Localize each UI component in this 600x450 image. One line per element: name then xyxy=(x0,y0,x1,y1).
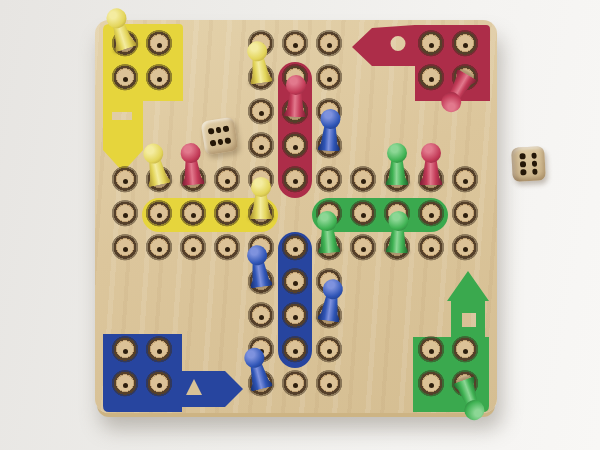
hole-blue-home xyxy=(110,370,140,400)
die-pip xyxy=(531,161,537,167)
die-pip xyxy=(210,140,216,146)
peg-head xyxy=(421,143,441,163)
wooden-die-on-board[interactable] xyxy=(201,117,239,156)
hole-blue-path xyxy=(280,234,310,264)
peg-head xyxy=(246,244,269,267)
hole-yellow-home xyxy=(144,64,174,94)
die-pip xyxy=(217,139,223,145)
peg-head xyxy=(388,211,409,232)
hole-track xyxy=(450,200,480,230)
hole-blue-home xyxy=(144,336,174,366)
hole-track xyxy=(280,370,310,400)
die-pip xyxy=(520,161,526,167)
hole-yellow-home xyxy=(110,64,140,94)
die-pip xyxy=(520,169,526,175)
hole-green-path xyxy=(416,200,446,230)
die-pip xyxy=(208,128,214,134)
green-peg[interactable] xyxy=(312,210,343,256)
peg-head xyxy=(320,109,341,130)
hole-green-home xyxy=(416,336,446,366)
red-peg[interactable] xyxy=(281,75,311,120)
hole-red-home xyxy=(450,30,480,60)
hole-track xyxy=(246,98,276,128)
peg-head xyxy=(316,210,337,231)
peg-head xyxy=(286,75,307,96)
hole-blue-home xyxy=(144,370,174,400)
hole-red-path xyxy=(280,166,310,196)
hole-blue-path xyxy=(280,336,310,366)
red-peg[interactable] xyxy=(176,142,208,188)
hole-yellow-path xyxy=(144,200,174,230)
hole-track xyxy=(144,234,174,264)
hole-track xyxy=(314,166,344,196)
yellow-peg[interactable] xyxy=(242,39,276,86)
hole-blue-path xyxy=(280,268,310,298)
die-pip xyxy=(215,127,221,133)
die-pip xyxy=(531,153,537,159)
peg-head xyxy=(141,142,165,166)
hole-track xyxy=(110,166,140,196)
hole-green-home xyxy=(450,336,480,366)
yellow-peg[interactable] xyxy=(247,177,275,221)
hole-track xyxy=(110,234,140,264)
peg-head xyxy=(322,278,345,301)
hole-track xyxy=(450,166,480,196)
hole-blue-path xyxy=(280,302,310,332)
green-peg[interactable] xyxy=(383,210,413,255)
hole-track xyxy=(450,234,480,264)
hole-track xyxy=(246,302,276,332)
peg-head xyxy=(387,143,407,163)
hole-red-path xyxy=(280,132,310,162)
hole-blue-home xyxy=(110,336,140,366)
hole-green-home xyxy=(416,370,446,400)
hole-track xyxy=(110,200,140,230)
scene xyxy=(0,0,600,450)
hole-yellow-path xyxy=(178,200,208,230)
hole-track xyxy=(314,336,344,366)
hole-track xyxy=(178,234,208,264)
hole-track xyxy=(314,64,344,94)
green-peg[interactable] xyxy=(383,143,411,187)
wooden-die-off-board[interactable] xyxy=(511,146,546,182)
hole-track xyxy=(246,132,276,162)
red-peg[interactable] xyxy=(417,143,445,187)
hole-track xyxy=(212,234,242,264)
hole-track xyxy=(280,30,310,60)
peg-head xyxy=(246,40,269,63)
hole-yellow-home xyxy=(144,30,174,60)
die-pip xyxy=(532,169,538,175)
ludo-board xyxy=(95,20,497,413)
hole-red-home xyxy=(416,30,446,60)
hole-track xyxy=(212,166,242,196)
hole-green-path xyxy=(348,200,378,230)
hole-track xyxy=(314,370,344,400)
hole-yellow-path xyxy=(212,200,242,230)
hole-track xyxy=(348,166,378,196)
peg-head xyxy=(242,346,266,370)
hole-track xyxy=(348,234,378,264)
blue-peg[interactable] xyxy=(315,108,345,153)
die-pip xyxy=(223,126,229,132)
hole-track xyxy=(314,30,344,60)
blue-peg[interactable] xyxy=(242,243,276,290)
die-pip xyxy=(519,153,525,159)
die-pip xyxy=(225,138,231,144)
peg-head xyxy=(180,142,202,164)
peg-head xyxy=(251,177,271,197)
hole-track xyxy=(416,234,446,264)
